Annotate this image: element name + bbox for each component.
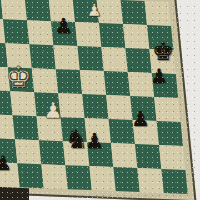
table-shadow xyxy=(0,187,29,200)
square-e1[interactable] xyxy=(89,166,115,191)
piece-black-pawn-e2[interactable]: ♟ xyxy=(82,131,107,152)
board-frame xyxy=(0,0,197,200)
square-b8[interactable] xyxy=(1,0,27,20)
square-f5[interactable] xyxy=(104,71,130,96)
square-g8[interactable] xyxy=(121,0,147,25)
piece-black-pawn-d7[interactable]: ♟ xyxy=(51,16,76,37)
square-g1[interactable] xyxy=(137,168,163,193)
square-c8[interactable] xyxy=(25,0,51,21)
square-c7[interactable] xyxy=(27,20,53,45)
piece-black-pawn-a1[interactable]: ♟ xyxy=(0,153,15,173)
piece-black-king-h6[interactable]: ♚ xyxy=(148,39,178,64)
square-h8[interactable] xyxy=(145,1,171,26)
square-d5[interactable] xyxy=(56,69,82,94)
piece-white-king-b5[interactable]: ♚ xyxy=(1,63,36,92)
square-b3[interactable] xyxy=(13,115,39,140)
square-e6[interactable] xyxy=(77,46,103,71)
square-b7[interactable] xyxy=(3,19,29,44)
square-f6[interactable] xyxy=(101,47,127,72)
square-e5[interactable] xyxy=(80,70,106,95)
square-h4[interactable] xyxy=(154,97,180,122)
chessboard-photo: ♟♟♚♟♚♟♞♟♟♟ xyxy=(0,0,200,200)
square-d1[interactable] xyxy=(65,165,91,190)
square-f7[interactable] xyxy=(99,23,125,48)
square-e7[interactable] xyxy=(75,22,101,47)
square-d6[interactable] xyxy=(53,45,79,70)
square-b4[interactable] xyxy=(10,91,36,116)
piece-white-pawn-c3[interactable]: ♟ xyxy=(40,100,66,122)
square-f1[interactable] xyxy=(113,167,139,192)
square-g2[interactable] xyxy=(135,144,161,169)
piece-black-pawn-h5[interactable]: ♟ xyxy=(147,66,171,86)
square-h2[interactable] xyxy=(159,145,185,170)
piece-black-pawn-g3[interactable]: ♟ xyxy=(128,109,153,130)
square-e4[interactable] xyxy=(82,94,108,119)
square-b1[interactable] xyxy=(17,163,43,188)
square-c1[interactable] xyxy=(41,164,67,189)
square-h1[interactable] xyxy=(161,169,187,194)
square-b2[interactable] xyxy=(15,139,41,164)
square-g7[interactable] xyxy=(123,24,149,49)
square-h3[interactable] xyxy=(157,121,183,146)
piece-white-pawn-e8[interactable]: ♟ xyxy=(84,2,104,19)
square-f2[interactable] xyxy=(111,143,137,168)
chess-board xyxy=(0,0,188,194)
